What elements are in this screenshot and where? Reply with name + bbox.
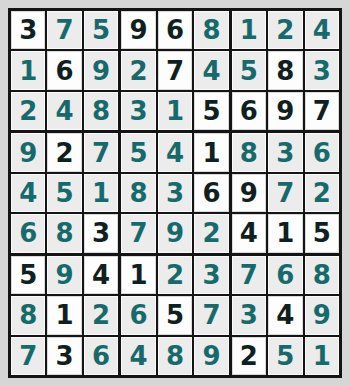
cell-r8c4[interactable]: 6	[121, 296, 155, 334]
cell-r4c2[interactable]: 2	[47, 133, 81, 171]
cell-r9c1[interactable]: 7	[11, 337, 45, 375]
cell-r6c6[interactable]: 2	[194, 214, 228, 252]
cell-r9c9[interactable]: 1	[305, 337, 339, 375]
cell-r2c8[interactable]: 8	[268, 51, 302, 89]
cell-r5c5[interactable]: 3	[158, 174, 192, 212]
cell-r3c3[interactable]: 8	[84, 92, 118, 130]
cell-r4c3[interactable]: 7	[84, 133, 118, 171]
cell-r7c2[interactable]: 9	[47, 256, 81, 294]
cell-r6c5[interactable]: 9	[158, 214, 192, 252]
cell-r8c8[interactable]: 4	[268, 296, 302, 334]
cell-r1c8[interactable]: 2	[268, 11, 302, 49]
cell-r7c7[interactable]: 7	[232, 256, 266, 294]
cell-r4c7[interactable]: 8	[232, 133, 266, 171]
cell-r3c9[interactable]: 7	[305, 92, 339, 130]
cell-r4c4[interactable]: 5	[121, 133, 155, 171]
sudoku-box-9: 768349251	[232, 256, 339, 375]
cell-r1c9[interactable]: 4	[305, 11, 339, 49]
sudoku-box-1: 375169248	[11, 11, 118, 130]
cell-r9c3[interactable]: 6	[84, 337, 118, 375]
cell-r6c1[interactable]: 6	[11, 214, 45, 252]
cell-r4c1[interactable]: 9	[11, 133, 45, 171]
cell-r3c8[interactable]: 9	[268, 92, 302, 130]
cell-r1c7[interactable]: 1	[232, 11, 266, 49]
cell-r8c1[interactable]: 8	[11, 296, 45, 334]
cell-r2c1[interactable]: 1	[11, 51, 45, 89]
cell-r9c6[interactable]: 9	[194, 337, 228, 375]
cell-r2c3[interactable]: 9	[84, 51, 118, 89]
sudoku-box-7: 594812736	[11, 256, 118, 375]
cell-r8c2[interactable]: 1	[47, 296, 81, 334]
cell-r5c4[interactable]: 8	[121, 174, 155, 212]
cell-r1c1[interactable]: 3	[11, 11, 45, 49]
cell-r5c3[interactable]: 1	[84, 174, 118, 212]
sudoku-box-6: 836972415	[232, 133, 339, 252]
cell-r9c7[interactable]: 2	[232, 337, 266, 375]
cell-r2c9[interactable]: 3	[305, 51, 339, 89]
cell-r2c6[interactable]: 4	[194, 51, 228, 89]
cell-r9c4[interactable]: 4	[121, 337, 155, 375]
cell-r5c9[interactable]: 2	[305, 174, 339, 212]
cell-r7c4[interactable]: 1	[121, 256, 155, 294]
cell-r9c2[interactable]: 3	[47, 337, 81, 375]
cell-r5c1[interactable]: 4	[11, 174, 45, 212]
cell-r7c3[interactable]: 4	[84, 256, 118, 294]
cell-r8c6[interactable]: 7	[194, 296, 228, 334]
cell-r3c6[interactable]: 5	[194, 92, 228, 130]
cell-r7c6[interactable]: 3	[194, 256, 228, 294]
cell-r3c2[interactable]: 4	[47, 92, 81, 130]
sudoku-box-5: 541836792	[121, 133, 228, 252]
cell-r6c7[interactable]: 4	[232, 214, 266, 252]
cell-r9c5[interactable]: 8	[158, 337, 192, 375]
cell-r7c9[interactable]: 8	[305, 256, 339, 294]
sudoku-box-3: 124583697	[232, 11, 339, 130]
cell-r3c7[interactable]: 6	[232, 92, 266, 130]
cell-r5c6[interactable]: 6	[194, 174, 228, 212]
cell-r2c7[interactable]: 5	[232, 51, 266, 89]
sudoku-board: 3751692489682743151245836979274516835418…	[8, 8, 342, 378]
cell-r2c5[interactable]: 7	[158, 51, 192, 89]
cell-r4c8[interactable]: 3	[268, 133, 302, 171]
cell-r6c2[interactable]: 8	[47, 214, 81, 252]
cell-r6c8[interactable]: 1	[268, 214, 302, 252]
cell-r7c5[interactable]: 2	[158, 256, 192, 294]
cell-r3c5[interactable]: 1	[158, 92, 192, 130]
cell-r3c1[interactable]: 2	[11, 92, 45, 130]
cell-r1c4[interactable]: 9	[121, 11, 155, 49]
cell-r6c9[interactable]: 5	[305, 214, 339, 252]
cell-r5c8[interactable]: 7	[268, 174, 302, 212]
cell-r1c5[interactable]: 6	[158, 11, 192, 49]
cell-r3c4[interactable]: 3	[121, 92, 155, 130]
cell-r5c2[interactable]: 5	[47, 174, 81, 212]
sudoku-box-2: 968274315	[121, 11, 228, 130]
cell-r1c6[interactable]: 8	[194, 11, 228, 49]
cell-r1c3[interactable]: 5	[84, 11, 118, 49]
cell-r4c6[interactable]: 1	[194, 133, 228, 171]
cell-r7c1[interactable]: 5	[11, 256, 45, 294]
cell-r2c4[interactable]: 2	[121, 51, 155, 89]
cell-r4c9[interactable]: 6	[305, 133, 339, 171]
cell-r8c7[interactable]: 3	[232, 296, 266, 334]
cell-r8c3[interactable]: 2	[84, 296, 118, 334]
cell-r6c4[interactable]: 7	[121, 214, 155, 252]
cell-r9c8[interactable]: 5	[268, 337, 302, 375]
cell-r6c3[interactable]: 3	[84, 214, 118, 252]
sudoku-box-4: 927451683	[11, 133, 118, 252]
cell-r8c9[interactable]: 9	[305, 296, 339, 334]
cell-r7c8[interactable]: 6	[268, 256, 302, 294]
cell-r2c2[interactable]: 6	[47, 51, 81, 89]
cell-r5c7[interactable]: 9	[232, 174, 266, 212]
cell-r4c5[interactable]: 4	[158, 133, 192, 171]
sudoku-box-8: 123657489	[121, 256, 228, 375]
cell-r1c2[interactable]: 7	[47, 11, 81, 49]
cell-r8c5[interactable]: 5	[158, 296, 192, 334]
